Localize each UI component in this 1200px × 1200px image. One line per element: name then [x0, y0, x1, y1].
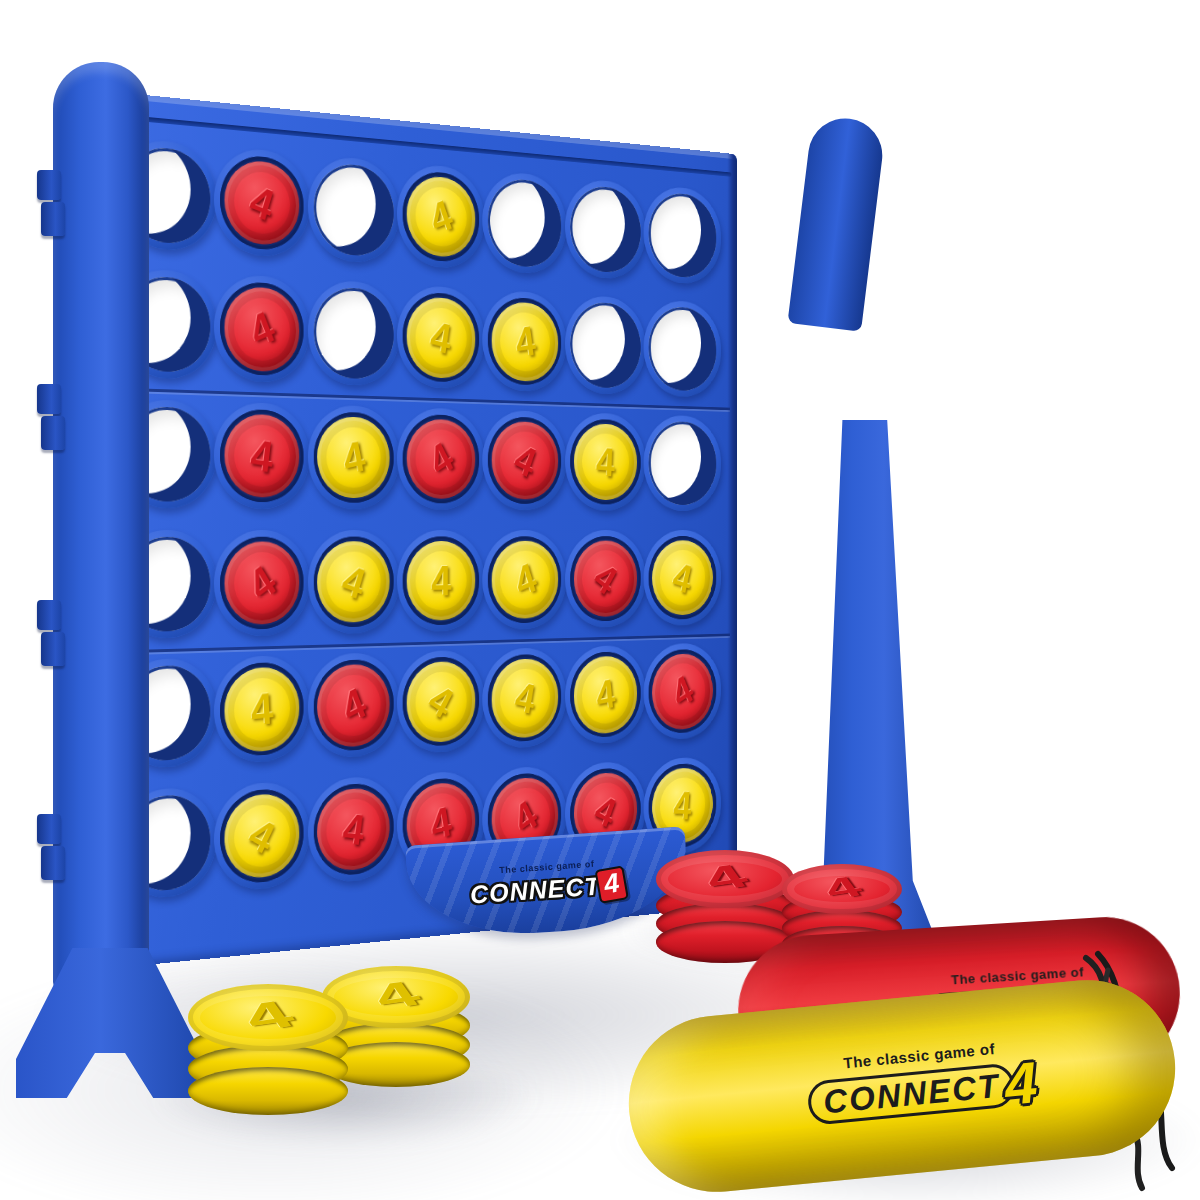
red-disc: 4 — [492, 421, 558, 500]
red-disc: 4 — [317, 787, 389, 874]
board-grid: 4444444444444444444444444444 — [117, 126, 720, 912]
board-cell-r1c4: 4 — [398, 152, 484, 280]
yellow-coin-top: 4 — [188, 984, 348, 1051]
filled-hole: 4 — [313, 782, 393, 878]
board-cell-r3c4: 4 — [398, 397, 484, 520]
filled-hole: 4 — [649, 649, 717, 735]
yellow-disc: 4 — [574, 423, 637, 500]
board-cell-r2c7 — [645, 290, 721, 408]
board-cell-r1c6 — [566, 167, 645, 289]
post-notch — [41, 846, 65, 880]
board-cell-r1c5 — [484, 160, 566, 285]
yellow-disc: 4 — [407, 296, 476, 379]
bag-numeral: 4 — [1002, 1053, 1040, 1114]
filled-hole: 4 — [570, 651, 640, 739]
yellow-coin-rim — [188, 1067, 348, 1115]
post-notch — [37, 384, 61, 414]
red-disc: 4 — [574, 540, 637, 617]
filled-hole: 4 — [220, 281, 303, 377]
filled-hole: 4 — [403, 169, 480, 263]
bag-logo: CONNECT 4 — [806, 1053, 1040, 1133]
filled-hole: 4 — [220, 153, 303, 252]
filled-hole: 4 — [313, 536, 393, 627]
post-notch — [41, 416, 65, 450]
post-notch — [37, 814, 61, 844]
filled-hole: 4 — [220, 537, 303, 630]
logo-brand-text: CONNECT — [469, 871, 601, 909]
filled-hole: 4 — [403, 656, 480, 748]
empty-hole — [313, 286, 393, 380]
filled-hole: 4 — [313, 659, 393, 753]
post-notch — [37, 600, 61, 630]
red-coin-top: 4 — [656, 850, 794, 908]
yellow-disc: 4 — [407, 174, 476, 259]
yellow-disc: 4 — [574, 656, 637, 735]
filled-hole: 4 — [403, 291, 480, 383]
filled-hole: 4 — [570, 419, 640, 505]
board-cell-r1c2: 4 — [215, 135, 308, 269]
filled-hole: 4 — [488, 536, 561, 624]
board-cell-r1c7 — [645, 175, 721, 295]
board-cell-r5c3: 4 — [309, 642, 398, 770]
yellow-disc: 4 — [492, 658, 558, 739]
filled-hole: 4 — [570, 536, 640, 622]
post-notch — [41, 632, 65, 666]
post-notch — [41, 202, 65, 236]
filled-hole: 4 — [649, 536, 717, 620]
red-disc: 4 — [224, 413, 299, 497]
product-photo-giant-connect-4: { "game": "Connect 4", "product": "Giant… — [0, 0, 1200, 1200]
board-cell-r6c3: 4 — [309, 765, 398, 895]
board-cell-r2c3 — [309, 269, 398, 397]
yellow-disc: 4 — [492, 540, 558, 619]
red-disc: 4 — [224, 541, 299, 625]
yellow-disc: 4 — [492, 301, 558, 382]
yellow-disc: 4 — [652, 540, 713, 616]
board-cell-r4c4: 4 — [398, 520, 484, 643]
board-cell-r2c4: 4 — [398, 275, 484, 400]
empty-hole — [570, 184, 640, 274]
board-cell-r5c4: 4 — [398, 640, 484, 765]
board-cell-r5c7: 4 — [645, 633, 721, 750]
board-cell-r5c5: 4 — [484, 638, 566, 760]
filled-hole: 4 — [488, 654, 561, 744]
empty-hole — [570, 301, 640, 389]
filled-hole: 4 — [313, 411, 393, 503]
bag-brand-text: CONNECT — [806, 1062, 1016, 1126]
board-cell-r5c6: 4 — [566, 636, 645, 756]
empty-hole — [649, 421, 717, 505]
board-cell-r4c3: 4 — [309, 520, 398, 645]
filled-hole: 4 — [220, 409, 303, 503]
red-disc: 4 — [317, 664, 389, 748]
board-cell-r5c2: 4 — [215, 645, 308, 776]
board-cell-r3c2: 4 — [215, 391, 308, 519]
board-right-edge — [727, 153, 737, 906]
empty-hole — [488, 177, 561, 269]
filled-hole: 4 — [488, 416, 561, 504]
post-notch — [37, 170, 61, 200]
board-cell-r2c2: 4 — [215, 263, 308, 394]
left-support-post — [53, 62, 149, 992]
yellow-disc: 4 — [224, 792, 299, 881]
board-cell-r2c6 — [566, 285, 645, 405]
board-cell-r3c3: 4 — [309, 394, 398, 519]
board-cell-r1c3 — [309, 144, 398, 275]
red-disc: 4 — [652, 653, 713, 730]
board-cell-r4c5: 4 — [484, 520, 566, 640]
yellow-disc-stack: 4 — [188, 984, 348, 1115]
yellow-disc: 4 — [317, 541, 389, 623]
board-cell-r3c7 — [645, 405, 721, 520]
yellow-disc: 4 — [407, 661, 476, 744]
red-disc: 4 — [224, 158, 299, 247]
empty-hole — [649, 191, 717, 279]
board-cell-r3c5: 4 — [484, 400, 566, 520]
filled-hole: 4 — [488, 296, 561, 386]
board-cell-r4c6: 4 — [566, 520, 645, 638]
right-support-post-cap — [787, 114, 886, 331]
connect4-logo: CONNECT 4 — [469, 867, 628, 912]
board-cell-r4c7: 4 — [645, 520, 721, 635]
filled-hole: 4 — [220, 662, 303, 758]
yellow-disc: 4 — [407, 541, 476, 621]
yellow-disc: 4 — [317, 416, 389, 499]
logo-numeral-tile: 4 — [595, 865, 629, 904]
red-coin-top: 4 — [782, 864, 902, 914]
red-disc: 4 — [224, 286, 299, 373]
board-cell-r2c5: 4 — [484, 280, 566, 403]
filled-hole: 4 — [220, 787, 303, 885]
red-disc: 4 — [407, 418, 476, 499]
empty-hole — [649, 306, 717, 392]
board-cell-r4c2: 4 — [215, 519, 308, 647]
board-cell-r3c6: 4 — [566, 403, 645, 521]
yellow-disc: 4 — [224, 667, 299, 753]
empty-hole — [313, 161, 393, 258]
filled-hole: 4 — [403, 414, 480, 504]
board-cell-r6c2: 4 — [215, 770, 308, 903]
filled-hole: 4 — [403, 536, 480, 625]
